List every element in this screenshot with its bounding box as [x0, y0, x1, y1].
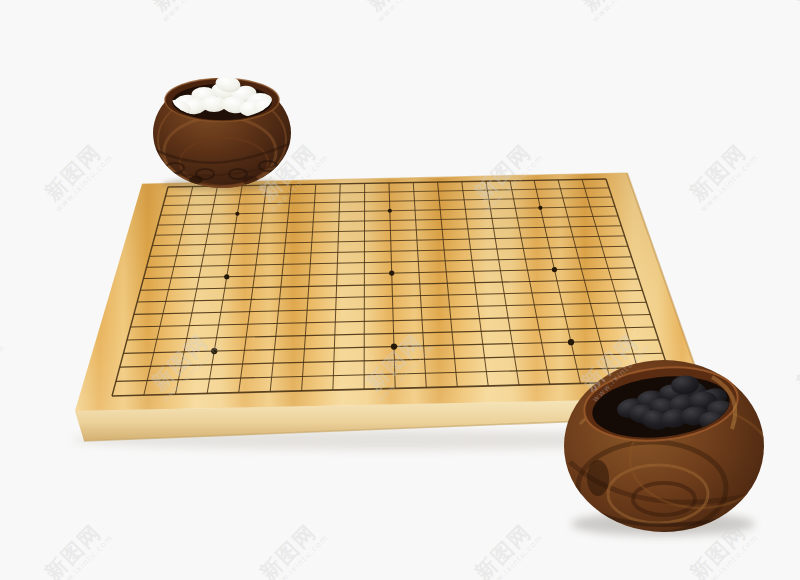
scene-svg	[0, 0, 800, 580]
white-stones-bowl	[153, 74, 291, 191]
black-stones-bowl	[564, 360, 770, 536]
go-set-product-photo: 新图网www.ixintu.com新图网www.ixintu.com新图网www…	[0, 0, 800, 580]
